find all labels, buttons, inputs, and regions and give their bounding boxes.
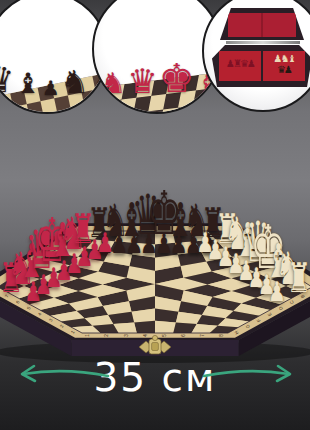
stored-light-pieces: ♟♞♝	[263, 54, 305, 64]
board-cell	[155, 321, 176, 333]
stored-red-pieces: ♟♜♛♟	[219, 59, 261, 69]
box-lid	[220, 8, 304, 40]
board-cell	[135, 231, 155, 244]
thumbnail-piece: ♞	[61, 66, 90, 98]
thumbnail-piece: ♟	[42, 78, 60, 98]
box-base: ♟♜♛♟ ♟♞♝ ♛♟	[212, 45, 310, 87]
thumbnail-piece: ♝	[16, 70, 41, 98]
box-tray-light-dark-pieces: ♟♞♝ ♛♟	[263, 51, 305, 81]
dimension-arrow-left-icon	[16, 361, 110, 387]
coordinate-label: 4	[143, 334, 148, 337]
dark-pieces-group: ♛♝♟♞♝	[0, 62, 106, 98]
red-pieces-group: ♜♞♛♚♝♟	[94, 58, 220, 98]
dimension-arrow-right-icon	[202, 361, 296, 387]
stored-dark-pieces: ♛♟	[263, 65, 305, 75]
dimension-annotation: 35 см	[0, 355, 310, 400]
coordinate-label: 6	[181, 334, 186, 337]
thumbnail-piece: ♛	[127, 64, 157, 98]
thumbnail-piece: ♛	[0, 62, 15, 98]
coordinate-label: 2	[104, 334, 109, 337]
coordinate-label: 1	[85, 334, 90, 337]
box-tray-red-pieces: ♟♜♛♟	[219, 51, 261, 81]
dimension-label: 35 см	[94, 355, 217, 400]
coordinate-label: 8	[219, 334, 224, 337]
thumbnail-piece: ♚	[159, 58, 195, 98]
box-lid-felt	[228, 13, 296, 37]
coordinate-label: 5	[162, 334, 167, 337]
coordinate-label: 7	[200, 334, 205, 337]
product-photo: ♛♝♟♞♝ ♜♞♛♚♝♟ ♟♜♛♟ ♟♞♝ ♛♟ 123456788765432…	[0, 0, 310, 430]
board-cell	[155, 231, 175, 244]
board-cell	[134, 321, 155, 333]
box-hinge	[226, 41, 300, 44]
coordinate-label: 3	[124, 334, 129, 337]
